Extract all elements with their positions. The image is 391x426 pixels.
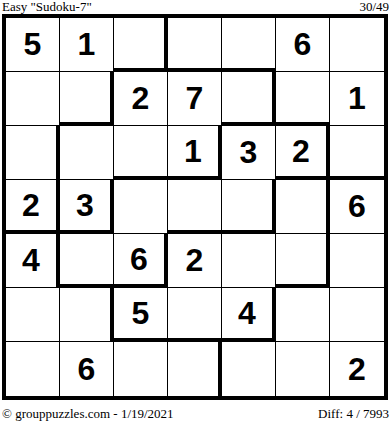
- cell-r4c4[interactable]: [168, 180, 222, 234]
- cell-r1c3[interactable]: [114, 18, 168, 72]
- cell-r7c3[interactable]: [114, 342, 168, 396]
- cell-r7c2: 6: [60, 342, 114, 396]
- cell-r3c2[interactable]: [60, 126, 114, 180]
- cell-r4c2: 3: [60, 180, 114, 234]
- cell-r1c1: 5: [6, 18, 60, 72]
- cell-r5c3: 6: [114, 234, 168, 288]
- cell-r7c6[interactable]: [276, 342, 330, 396]
- cell-r4c5[interactable]: [222, 180, 276, 234]
- cell-r4c3[interactable]: [114, 180, 168, 234]
- cell-r7c4[interactable]: [168, 342, 222, 396]
- cell-r3c7[interactable]: [330, 126, 384, 180]
- puzzle-title: Easy "Sudoku-7": [2, 0, 92, 13]
- cell-r4c1: 2: [6, 180, 60, 234]
- cell-r6c7[interactable]: [330, 288, 384, 342]
- cell-r4c7: 6: [330, 180, 384, 234]
- cell-r2c5[interactable]: [222, 72, 276, 126]
- cell-r6c5: 4: [222, 288, 276, 342]
- copyright-text: © grouppuzzles.com - 1/19/2021: [2, 407, 174, 421]
- header: Easy "Sudoku-7" 30/49: [2, 0, 389, 14]
- cell-r6c1[interactable]: [6, 288, 60, 342]
- puzzle-counter: 30/49: [359, 0, 389, 13]
- cell-r5c5[interactable]: [222, 234, 276, 288]
- cell-r1c5[interactable]: [222, 18, 276, 72]
- cell-r1c6: 6: [276, 18, 330, 72]
- cell-r6c4[interactable]: [168, 288, 222, 342]
- cell-r6c2[interactable]: [60, 288, 114, 342]
- cell-r5c7[interactable]: [330, 234, 384, 288]
- cell-r2c7: 1: [330, 72, 384, 126]
- sudoku-board: 5162711322364625462: [2, 14, 388, 400]
- cell-r3c6: 2: [276, 126, 330, 180]
- cell-r2c2[interactable]: [60, 72, 114, 126]
- cell-r5c6[interactable]: [276, 234, 330, 288]
- footer: © grouppuzzles.com - 1/19/2021 Diff: 4 /…: [2, 407, 389, 421]
- cell-r2c1[interactable]: [6, 72, 60, 126]
- cell-r2c4: 7: [168, 72, 222, 126]
- cell-r6c3: 5: [114, 288, 168, 342]
- cell-r1c7[interactable]: [330, 18, 384, 72]
- cell-r3c4: 1: [168, 126, 222, 180]
- cell-r2c6[interactable]: [276, 72, 330, 126]
- cell-r2c3: 2: [114, 72, 168, 126]
- cell-r3c5: 3: [222, 126, 276, 180]
- cell-r5c1: 4: [6, 234, 60, 288]
- cell-r5c4: 2: [168, 234, 222, 288]
- cell-r3c3[interactable]: [114, 126, 168, 180]
- cell-r3c1[interactable]: [6, 126, 60, 180]
- cell-r5c2[interactable]: [60, 234, 114, 288]
- cell-r7c1[interactable]: [6, 342, 60, 396]
- cell-r7c7: 2: [330, 342, 384, 396]
- cell-r1c4[interactable]: [168, 18, 222, 72]
- cell-r4c6[interactable]: [276, 180, 330, 234]
- cell-r7c5[interactable]: [222, 342, 276, 396]
- difficulty-text: Diff: 4 / 7993: [318, 407, 389, 421]
- cell-r6c6[interactable]: [276, 288, 330, 342]
- cell-r1c2: 1: [60, 18, 114, 72]
